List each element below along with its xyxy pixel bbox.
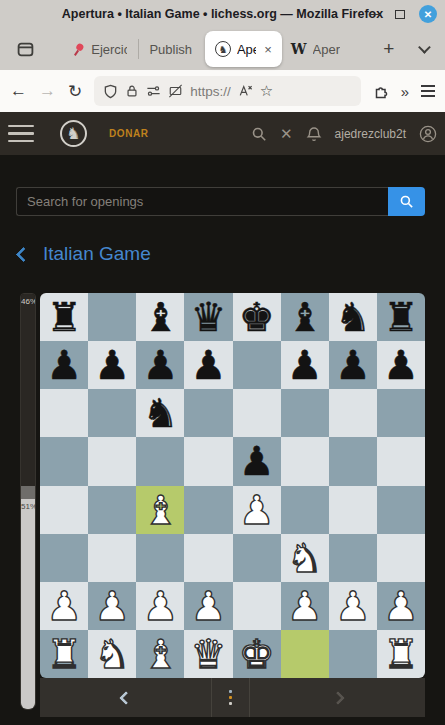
square-h5[interactable] xyxy=(377,437,425,485)
board-forward-button[interactable] xyxy=(250,678,425,717)
black-pawn-f7[interactable]: ♟ xyxy=(281,341,329,389)
square-a8[interactable]: ♜ xyxy=(40,293,88,341)
square-g3[interactable] xyxy=(329,534,377,582)
chess-board[interactable]: ♜♝♛♚♝♞♜♟♟♟♟♟♟♟♞♟♝♟♞♟♟♟♟♟♟♟♜♞♝♛♚♜ xyxy=(40,293,425,678)
square-g2[interactable]: ♟ xyxy=(329,582,377,630)
firefox-menu-button[interactable] xyxy=(421,85,435,96)
square-h7[interactable]: ♟ xyxy=(377,341,425,389)
challenges-icon[interactable]: ✕ xyxy=(280,125,293,143)
square-d1[interactable]: ♛ xyxy=(184,630,232,678)
white-pawn-h2[interactable]: ♟ xyxy=(377,582,425,630)
square-g4[interactable] xyxy=(329,486,377,534)
user-avatar-icon[interactable] xyxy=(419,125,437,143)
square-g5[interactable] xyxy=(329,437,377,485)
reload-button[interactable]: ↻ xyxy=(68,81,82,102)
page-title-row: Italian Game xyxy=(18,243,151,265)
tab-apertura-active[interactable]: ♞ Ape × xyxy=(205,31,282,67)
black-bishop-c8[interactable]: ♝ xyxy=(136,293,184,341)
square-a4[interactable] xyxy=(40,486,88,534)
square-f3[interactable]: ♞ xyxy=(281,534,329,582)
page-title: Italian Game xyxy=(43,243,151,265)
black-knight-g8[interactable]: ♞ xyxy=(329,293,377,341)
square-b7[interactable]: ♟ xyxy=(88,341,136,389)
square-c7[interactable]: ♟ xyxy=(136,341,184,389)
square-f4[interactable] xyxy=(281,486,329,534)
square-b3[interactable] xyxy=(88,534,136,582)
white-pawn-g2[interactable]: ♟ xyxy=(329,582,377,630)
black-knight-c6[interactable]: ♞ xyxy=(136,389,184,437)
square-f8[interactable]: ♝ xyxy=(281,293,329,341)
square-b8[interactable] xyxy=(88,293,136,341)
tab-divider xyxy=(138,39,139,59)
lichess-header: ♞ DONAR ✕ ajedrezclub2t xyxy=(0,112,445,155)
new-tab-button[interactable]: + xyxy=(383,38,394,60)
square-c4[interactable]: ♝ xyxy=(136,486,184,534)
square-d4[interactable] xyxy=(184,486,232,534)
kebab-menu-icon xyxy=(229,690,233,706)
winrate-gauge: 46% 51% xyxy=(20,293,36,710)
back-button[interactable]: ← xyxy=(10,81,27,101)
url-text[interactable]: https:// xyxy=(190,84,231,99)
black-queen-d8[interactable]: ♛ xyxy=(184,293,232,341)
openings-search-row xyxy=(16,187,425,216)
square-e8[interactable]: ♚ xyxy=(233,293,281,341)
square-h4[interactable] xyxy=(377,486,425,534)
window-title: Apertura • Italian Game • lichess.org — … xyxy=(62,7,383,21)
black-king-e8[interactable]: ♚ xyxy=(233,293,281,341)
tab-title: Ejercic xyxy=(91,42,126,57)
board-menu-button[interactable] xyxy=(212,678,250,717)
tab-wikipedia[interactable]: W Apert xyxy=(282,32,349,66)
black-winrate-segment: 46% xyxy=(21,294,35,486)
username-label[interactable]: ajedrezclub2t xyxy=(335,127,406,141)
openings-search-button[interactable] xyxy=(388,187,425,216)
square-b5[interactable] xyxy=(88,437,136,485)
square-c1[interactable]: ♝ xyxy=(136,630,184,678)
square-f1[interactable] xyxy=(281,630,329,678)
white-rook-h1[interactable]: ♜ xyxy=(377,630,425,678)
square-h8[interactable]: ♜ xyxy=(377,293,425,341)
search-submit-icon xyxy=(399,194,414,209)
square-a2[interactable]: ♟ xyxy=(40,582,88,630)
square-e7[interactable] xyxy=(233,341,281,389)
black-pawn-c7[interactable]: ♟ xyxy=(136,341,184,389)
tab-publish[interactable]: Publish | xyxy=(140,32,205,66)
square-d2[interactable]: ♟ xyxy=(184,582,232,630)
tab-strip: Ejercic Publish | ♞ Ape × W Apert + xyxy=(0,28,445,70)
square-e3[interactable] xyxy=(233,534,281,582)
donate-link[interactable]: DONAR xyxy=(109,128,149,139)
window-titlebar: Apertura • Italian Game • lichess.org — … xyxy=(0,0,445,28)
shield-icon[interactable] xyxy=(103,84,118,99)
site-menu-button[interactable] xyxy=(0,125,44,143)
square-c8[interactable]: ♝ xyxy=(136,293,184,341)
extensions-puzzle-icon[interactable] xyxy=(373,83,389,99)
wikipedia-favicon-icon: W xyxy=(291,41,307,57)
square-c2[interactable]: ♟ xyxy=(136,582,184,630)
firefox-view-icon xyxy=(17,41,34,58)
white-pawn-b2[interactable]: ♟ xyxy=(88,582,136,630)
square-c6[interactable]: ♞ xyxy=(136,389,184,437)
url-bar[interactable]: https:// ☆ xyxy=(94,76,360,106)
square-b1[interactable]: ♞ xyxy=(88,630,136,678)
square-e1[interactable]: ♚ xyxy=(233,630,281,678)
square-f2[interactable]: ♟ xyxy=(281,582,329,630)
draw-segment xyxy=(21,486,35,499)
square-c5[interactable] xyxy=(136,437,184,485)
white-winrate-segment: 51% xyxy=(21,499,35,709)
header-right-group: ✕ ajedrezclub2t xyxy=(251,125,445,143)
chevron-right-icon xyxy=(330,690,344,704)
white-pawn-f2[interactable]: ♟ xyxy=(281,582,329,630)
board-back-button[interactable] xyxy=(40,678,212,717)
square-f5[interactable] xyxy=(281,437,329,485)
white-bishop-c4[interactable]: ♝ xyxy=(136,486,184,534)
white-bishop-c1[interactable]: ♝ xyxy=(136,630,184,678)
white-queen-d1[interactable]: ♛ xyxy=(184,630,232,678)
square-h3[interactable] xyxy=(377,534,425,582)
tab-title: Apert xyxy=(313,42,341,57)
black-pawn-a7[interactable]: ♟ xyxy=(40,341,88,389)
square-c3[interactable] xyxy=(136,534,184,582)
square-h1[interactable]: ♜ xyxy=(377,630,425,678)
board-nav-bar xyxy=(40,678,425,717)
black-pawn-d7[interactable]: ♟ xyxy=(184,341,232,389)
overflow-chevrons-icon[interactable]: » xyxy=(401,83,409,100)
square-d7[interactable]: ♟ xyxy=(184,341,232,389)
black-pawn-b7[interactable]: ♟ xyxy=(88,341,136,389)
square-d3[interactable] xyxy=(184,534,232,582)
square-f7[interactable]: ♟ xyxy=(281,341,329,389)
firefox-view-button[interactable] xyxy=(12,35,38,63)
white-king-e1[interactable]: ♚ xyxy=(233,630,281,678)
black-bishop-f8[interactable]: ♝ xyxy=(281,293,329,341)
tab-title: Ape xyxy=(237,42,256,57)
openings-search-input[interactable] xyxy=(16,187,388,216)
pin-icon xyxy=(68,39,87,58)
white-pawn-c2[interactable]: ♟ xyxy=(136,582,184,630)
square-a3[interactable] xyxy=(40,534,88,582)
black-pawn-g7[interactable]: ♟ xyxy=(329,341,377,389)
square-h2[interactable]: ♟ xyxy=(377,582,425,630)
square-d5[interactable] xyxy=(184,437,232,485)
black-rook-h8[interactable]: ♜ xyxy=(377,293,425,341)
square-e5[interactable]: ♟ xyxy=(233,437,281,485)
square-e6[interactable] xyxy=(233,389,281,437)
white-rook-a1[interactable]: ♜ xyxy=(40,630,88,678)
black-pawn-h7[interactable]: ♟ xyxy=(377,341,425,389)
lichess-favicon-icon: ♞ xyxy=(215,41,231,57)
white-knight-b1[interactable]: ♞ xyxy=(88,630,136,678)
square-a5[interactable] xyxy=(40,437,88,485)
nav-toolbar: ← → ↻ https:// ☆ » xyxy=(0,70,445,112)
white-pawn-d2[interactable]: ♟ xyxy=(184,582,232,630)
square-a6[interactable] xyxy=(40,389,88,437)
close-window-button[interactable]: ✕ xyxy=(419,5,437,23)
bookmark-star-icon[interactable]: ☆ xyxy=(260,82,273,100)
lichess-logo-icon[interactable]: ♞ xyxy=(60,120,87,147)
back-chevron-icon[interactable] xyxy=(16,246,32,262)
notifications-bell-icon[interactable] xyxy=(306,126,322,142)
maximize-button[interactable] xyxy=(395,10,405,19)
square-b6[interactable] xyxy=(88,389,136,437)
white-pawn-a2[interactable]: ♟ xyxy=(40,582,88,630)
window-controls: — ✕ xyxy=(369,0,437,28)
forward-button[interactable]: → xyxy=(39,81,56,101)
minimize-button[interactable]: — xyxy=(369,9,381,19)
black-pawn-e5[interactable]: ♟ xyxy=(233,437,281,485)
black-rook-a8[interactable]: ♜ xyxy=(40,293,88,341)
chevron-left-icon xyxy=(118,690,132,704)
square-e4[interactable]: ♟ xyxy=(233,486,281,534)
square-a7[interactable]: ♟ xyxy=(40,341,88,389)
lock-icon[interactable] xyxy=(125,84,139,98)
tab-title: Publish | xyxy=(149,42,196,57)
list-tabs-chevron-icon[interactable] xyxy=(418,41,430,53)
white-pawn-e4[interactable]: ♟ xyxy=(233,486,281,534)
white-knight-f3[interactable]: ♞ xyxy=(281,534,329,582)
blocked-media-icon[interactable] xyxy=(168,84,183,98)
square-b2[interactable]: ♟ xyxy=(88,582,136,630)
square-b4[interactable] xyxy=(88,486,136,534)
square-d6[interactable] xyxy=(184,389,232,437)
square-f6[interactable] xyxy=(281,389,329,437)
square-d8[interactable]: ♛ xyxy=(184,293,232,341)
square-g6[interactable] xyxy=(329,389,377,437)
square-g1[interactable] xyxy=(329,630,377,678)
square-g8[interactable]: ♞ xyxy=(329,293,377,341)
square-g7[interactable]: ♟ xyxy=(329,341,377,389)
translate-icon[interactable] xyxy=(238,84,253,98)
tab-ejercicios[interactable]: Ejercic xyxy=(62,32,135,66)
permissions-icon[interactable] xyxy=(146,84,161,98)
square-a1[interactable]: ♜ xyxy=(40,630,88,678)
square-h6[interactable] xyxy=(377,389,425,437)
tab-close-button[interactable]: × xyxy=(264,42,272,57)
search-icon[interactable] xyxy=(251,126,267,142)
square-e2[interactable] xyxy=(233,582,281,630)
